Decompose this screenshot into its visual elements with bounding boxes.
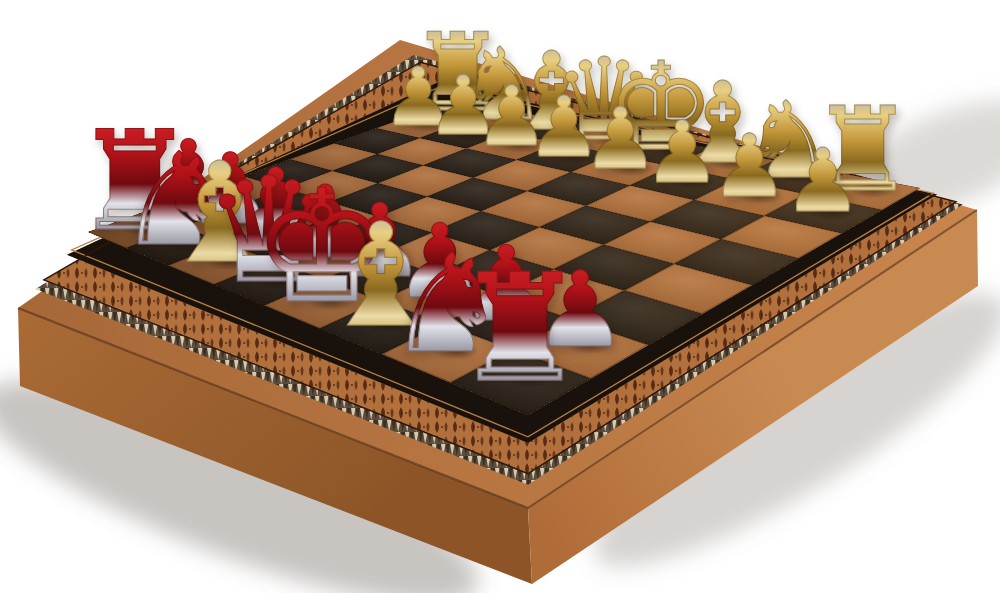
chess-set-photo: ♜♞♟♝♟♛♟♚♟♝♟♞♟♜♟♟♟♟♜♟♞♟♝♟♛♟♚♟♝♟♞♜ xyxy=(0,0,1000,593)
